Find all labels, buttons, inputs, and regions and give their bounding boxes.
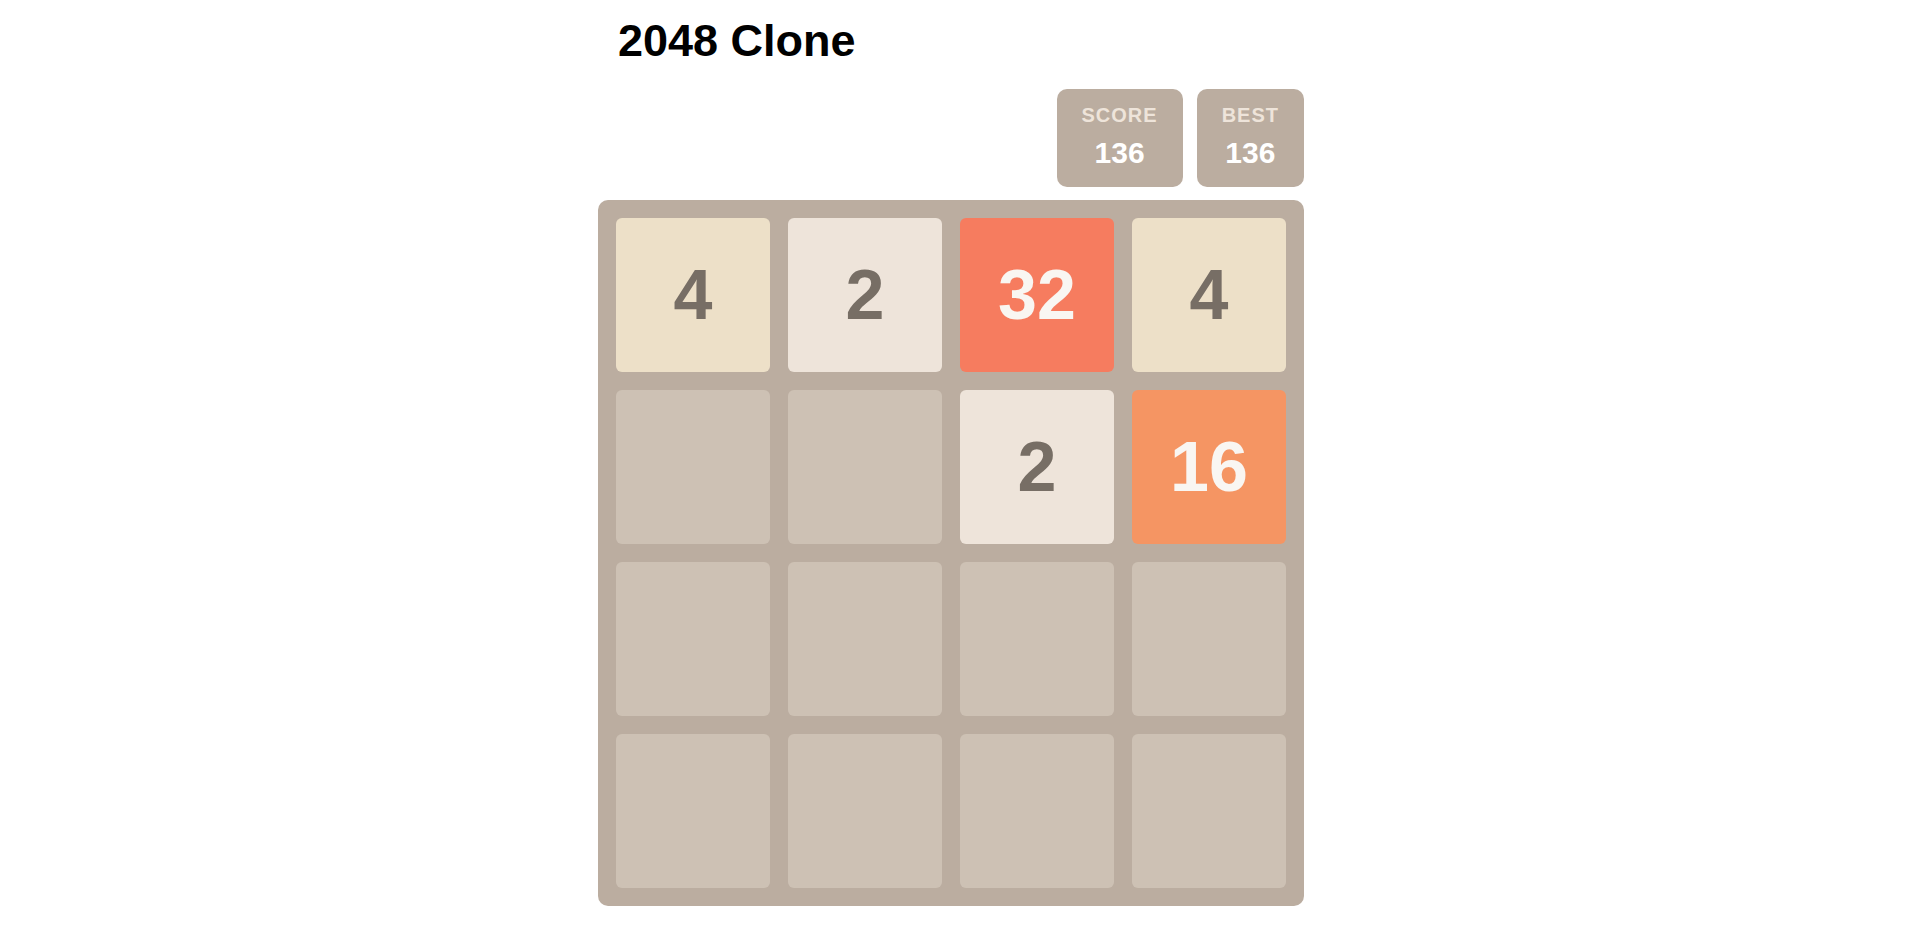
cell-r2c2 <box>788 390 942 544</box>
cell-r3c1 <box>616 562 770 716</box>
cell-r3c3 <box>960 562 1114 716</box>
best-value: 136 <box>1222 136 1279 169</box>
cell-r4c4 <box>1132 734 1286 888</box>
score-value: 136 <box>1082 136 1158 169</box>
cell-r4c3 <box>960 734 1114 888</box>
tile-2-r2c3: 2 <box>960 390 1114 544</box>
scoreboard: SCORE 136 BEST 136 <box>598 89 1304 187</box>
best-box: BEST 136 <box>1197 89 1304 187</box>
cell-r2c1 <box>616 390 770 544</box>
cell-r4c1 <box>616 734 770 888</box>
app-container: 2048 Clone SCORE 136 BEST 136 4 2 32 4 2… <box>598 0 1304 906</box>
tile-16-r2c4: 16 <box>1132 390 1286 544</box>
score-box: SCORE 136 <box>1057 89 1183 187</box>
game-board[interactable]: 4 2 32 4 2 16 <box>598 200 1304 906</box>
tile-2-r1c2: 2 <box>788 218 942 372</box>
cell-r3c4 <box>1132 562 1286 716</box>
cell-r4c2 <box>788 734 942 888</box>
score-label: SCORE <box>1082 104 1158 126</box>
best-label: BEST <box>1222 104 1279 126</box>
tile-32-r1c3: 32 <box>960 218 1114 372</box>
cell-r3c2 <box>788 562 942 716</box>
tile-4-r1c1: 4 <box>616 218 770 372</box>
tile-4-r1c4: 4 <box>1132 218 1286 372</box>
app-title: 2048 Clone <box>618 14 1304 68</box>
